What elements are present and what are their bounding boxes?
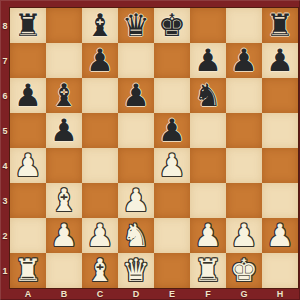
rank-label-8: 8: [0, 8, 10, 43]
square-g8[interactable]: [226, 8, 262, 43]
square-e6[interactable]: [154, 78, 190, 113]
black-pawn-c7[interactable]: ♟: [86, 43, 114, 78]
file-label-f: F: [190, 288, 226, 300]
square-f5[interactable]: [190, 113, 226, 148]
white-knight-d2[interactable]: ♞: [122, 218, 150, 253]
square-g2[interactable]: ♟: [226, 218, 262, 253]
square-h2[interactable]: ♟: [262, 218, 298, 253]
black-king-e8[interactable]: ♚: [158, 8, 186, 43]
chess-board-frame: 87654321 ♜♝♛♚♜♟♟♟♟♟♝♟♞♟♟♟♟♝♟♟♟♞♟♟♟♜♝♛♜♚ …: [0, 0, 300, 300]
white-pawn-b2[interactable]: ♟: [50, 218, 78, 253]
rank-labels: 87654321: [0, 8, 10, 288]
white-bishop-c1[interactable]: ♝: [86, 253, 114, 288]
square-h5[interactable]: [262, 113, 298, 148]
square-a3[interactable]: [10, 183, 46, 218]
square-d1[interactable]: ♛: [118, 253, 154, 288]
rank-label-5: 5: [0, 113, 10, 148]
white-pawn-g2[interactable]: ♟: [230, 218, 258, 253]
square-f2[interactable]: ♟: [190, 218, 226, 253]
square-c4[interactable]: [82, 148, 118, 183]
black-bishop-b6[interactable]: ♝: [50, 78, 78, 113]
rank-label-4: 4: [0, 148, 10, 183]
black-pawn-b5[interactable]: ♟: [50, 113, 78, 148]
square-c2[interactable]: ♟: [82, 218, 118, 253]
black-rook-a8[interactable]: ♜: [14, 8, 42, 43]
square-h3[interactable]: [262, 183, 298, 218]
file-label-e: E: [154, 288, 190, 300]
white-bishop-b3[interactable]: ♝: [50, 183, 78, 218]
white-pawn-c2[interactable]: ♟: [86, 218, 114, 253]
file-labels: ABCDEFGH: [10, 288, 298, 300]
square-h4[interactable]: [262, 148, 298, 183]
black-pawn-f7[interactable]: ♟: [194, 43, 222, 78]
square-b1[interactable]: [46, 253, 82, 288]
square-b8[interactable]: [46, 8, 82, 43]
square-f3[interactable]: [190, 183, 226, 218]
white-king-g1[interactable]: ♚: [230, 253, 258, 288]
square-h7[interactable]: ♟: [262, 43, 298, 78]
black-pawn-a6[interactable]: ♟: [14, 78, 42, 113]
square-d3[interactable]: ♟: [118, 183, 154, 218]
file-label-d: D: [118, 288, 154, 300]
square-e1[interactable]: [154, 253, 190, 288]
square-e7[interactable]: [154, 43, 190, 78]
black-bishop-c8[interactable]: ♝: [86, 8, 114, 43]
square-e8[interactable]: ♚: [154, 8, 190, 43]
square-a5[interactable]: [10, 113, 46, 148]
square-g6[interactable]: [226, 78, 262, 113]
square-d8[interactable]: ♛: [118, 8, 154, 43]
square-d5[interactable]: [118, 113, 154, 148]
square-g3[interactable]: [226, 183, 262, 218]
square-f1[interactable]: ♜: [190, 253, 226, 288]
square-e2[interactable]: [154, 218, 190, 253]
white-pawn-d3[interactable]: ♟: [122, 183, 150, 218]
white-queen-d1[interactable]: ♛: [122, 253, 150, 288]
rank-label-7: 7: [0, 43, 10, 78]
black-knight-f6[interactable]: ♞: [194, 78, 222, 113]
file-label-c: C: [82, 288, 118, 300]
file-label-b: B: [46, 288, 82, 300]
file-label-g: G: [226, 288, 262, 300]
rank-label-6: 6: [0, 78, 10, 113]
black-queen-d8[interactable]: ♛: [122, 8, 150, 43]
white-pawn-h2[interactable]: ♟: [266, 218, 294, 253]
file-label-a: A: [10, 288, 46, 300]
square-c5[interactable]: [82, 113, 118, 148]
square-d7[interactable]: [118, 43, 154, 78]
square-h8[interactable]: ♜: [262, 8, 298, 43]
square-g7[interactable]: ♟: [226, 43, 262, 78]
square-a2[interactable]: [10, 218, 46, 253]
square-d2[interactable]: ♞: [118, 218, 154, 253]
square-f6[interactable]: ♞: [190, 78, 226, 113]
white-pawn-e4[interactable]: ♟: [158, 148, 186, 183]
square-c6[interactable]: [82, 78, 118, 113]
square-a7[interactable]: [10, 43, 46, 78]
square-g5[interactable]: [226, 113, 262, 148]
square-d6[interactable]: ♟: [118, 78, 154, 113]
black-pawn-e5[interactable]: ♟: [158, 113, 186, 148]
square-g4[interactable]: [226, 148, 262, 183]
square-c3[interactable]: [82, 183, 118, 218]
black-pawn-d6[interactable]: ♟: [122, 78, 150, 113]
rank-label-3: 3: [0, 183, 10, 218]
square-f4[interactable]: [190, 148, 226, 183]
file-label-h: H: [262, 288, 298, 300]
square-h1[interactable]: [262, 253, 298, 288]
rank-label-2: 2: [0, 218, 10, 253]
white-rook-a1[interactable]: ♜: [14, 253, 42, 288]
square-f8[interactable]: [190, 8, 226, 43]
square-b7[interactable]: [46, 43, 82, 78]
square-a4[interactable]: ♟: [10, 148, 46, 183]
square-f7[interactable]: ♟: [190, 43, 226, 78]
square-c7[interactable]: ♟: [82, 43, 118, 78]
square-b3[interactable]: ♝: [46, 183, 82, 218]
square-e3[interactable]: [154, 183, 190, 218]
square-b5[interactable]: ♟: [46, 113, 82, 148]
square-c1[interactable]: ♝: [82, 253, 118, 288]
square-a1[interactable]: ♜: [10, 253, 46, 288]
white-pawn-f2[interactable]: ♟: [194, 218, 222, 253]
white-rook-f1[interactable]: ♜: [194, 253, 222, 288]
square-a6[interactable]: ♟: [10, 78, 46, 113]
black-rook-h8[interactable]: ♜: [266, 8, 294, 43]
square-h6[interactable]: [262, 78, 298, 113]
chess-board: ♜♝♛♚♜♟♟♟♟♟♝♟♞♟♟♟♟♝♟♟♟♞♟♟♟♜♝♛♜♚: [10, 8, 298, 288]
black-pawn-h7[interactable]: ♟: [266, 43, 294, 78]
rank-label-1: 1: [0, 253, 10, 288]
square-d4[interactable]: [118, 148, 154, 183]
white-pawn-a4[interactable]: ♟: [14, 148, 42, 183]
square-e4[interactable]: ♟: [154, 148, 190, 183]
square-c8[interactable]: ♝: [82, 8, 118, 43]
square-b4[interactable]: [46, 148, 82, 183]
square-g1[interactable]: ♚: [226, 253, 262, 288]
black-pawn-g7[interactable]: ♟: [230, 43, 258, 78]
square-a8[interactable]: ♜: [10, 8, 46, 43]
square-e5[interactable]: ♟: [154, 113, 190, 148]
square-b2[interactable]: ♟: [46, 218, 82, 253]
square-b6[interactable]: ♝: [46, 78, 82, 113]
